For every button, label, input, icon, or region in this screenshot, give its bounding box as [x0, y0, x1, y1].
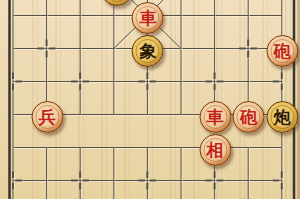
- piece-black-象[interactable]: 象: [132, 35, 164, 67]
- piece-glyph: 砲: [240, 108, 257, 126]
- pieces-layer: 車象砲兵車砲炮相: [0, 0, 299, 197]
- piece-glyph: 兵: [39, 108, 56, 126]
- piece-black-unknown[interactable]: [101, 0, 133, 6]
- piece-red-相[interactable]: 相: [199, 134, 231, 166]
- piece-red-車[interactable]: 車: [132, 2, 164, 34]
- piece-red-兵[interactable]: 兵: [31, 101, 63, 133]
- piece-glyph: 炮: [274, 108, 291, 126]
- piece-red-砲[interactable]: 砲: [266, 35, 298, 67]
- piece-glyph: 車: [139, 9, 156, 27]
- piece-glyph: 砲: [274, 42, 291, 60]
- piece-glyph: 車: [207, 108, 224, 126]
- piece-glyph: 相: [207, 141, 224, 159]
- xiangqi-board: 車象砲兵車砲炮相: [0, 0, 300, 199]
- piece-red-砲[interactable]: 砲: [233, 101, 265, 133]
- piece-glyph: 象: [139, 42, 156, 60]
- piece-red-車[interactable]: 車: [199, 101, 231, 133]
- piece-black-炮[interactable]: 炮: [266, 101, 298, 133]
